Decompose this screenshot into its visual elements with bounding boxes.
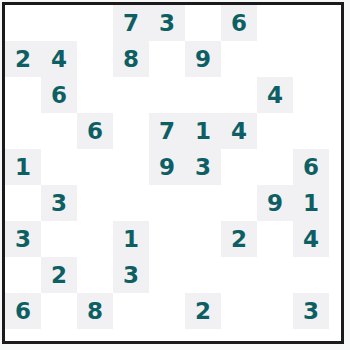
cell-r3c2[interactable]: 6	[41, 77, 78, 116]
cell-r5c8[interactable]	[257, 149, 294, 186]
cell-r1c8[interactable]	[257, 5, 294, 42]
cell-r1c1[interactable]	[5, 5, 42, 42]
cell-r1c7[interactable]: 6	[221, 5, 258, 42]
cell-r9c3[interactable]: 8	[77, 293, 116, 329]
cell-r4c3[interactable]: 6	[77, 113, 116, 150]
cell-r8c1[interactable]	[5, 257, 42, 294]
cell-r7c5[interactable]	[149, 221, 186, 258]
cell-r3c4[interactable]	[113, 77, 150, 116]
cell-r4c6[interactable]: 1	[185, 113, 224, 150]
cell-r8c7[interactable]	[221, 257, 258, 294]
sudoku-board: 736248964671419363913124236823	[2, 2, 344, 344]
cell-r7c2[interactable]	[41, 221, 78, 258]
cell-r6c3[interactable]	[77, 185, 116, 224]
cell-r6c4[interactable]	[113, 185, 150, 224]
cell-r1c9[interactable]	[293, 5, 329, 42]
cell-r5c2[interactable]	[41, 149, 78, 186]
cell-r7c3[interactable]	[77, 221, 116, 258]
cell-r5c9[interactable]: 6	[293, 149, 329, 186]
cell-r3c6[interactable]	[185, 77, 224, 116]
cell-r4c9[interactable]	[293, 113, 329, 150]
cell-r2c6[interactable]: 9	[185, 41, 224, 78]
cell-r7c4[interactable]: 1	[113, 221, 150, 258]
cell-r2c4[interactable]: 8	[113, 41, 150, 78]
cell-r8c9[interactable]	[293, 257, 329, 294]
cell-r9c6[interactable]: 2	[185, 293, 224, 329]
cell-r1c3[interactable]	[77, 5, 116, 42]
cell-r9c5[interactable]	[149, 293, 186, 329]
cell-r4c5[interactable]: 7	[149, 113, 186, 150]
cell-r9c2[interactable]	[41, 293, 78, 329]
cell-r4c2[interactable]	[41, 113, 78, 150]
cell-r8c4[interactable]: 3	[113, 257, 150, 294]
cell-r8c3[interactable]	[77, 257, 116, 294]
cell-r4c7[interactable]: 4	[221, 113, 258, 150]
cell-r2c3[interactable]	[77, 41, 116, 78]
cell-r5c6[interactable]: 3	[185, 149, 224, 186]
cell-r2c5[interactable]	[149, 41, 186, 78]
cell-r6c1[interactable]	[5, 185, 42, 224]
cell-r7c6[interactable]	[185, 221, 224, 258]
cell-r1c4[interactable]: 7	[113, 5, 150, 42]
cell-r3c3[interactable]	[77, 77, 116, 116]
cell-r1c5[interactable]: 3	[149, 5, 186, 42]
cell-r8c2[interactable]: 2	[41, 257, 78, 294]
cell-r1c6[interactable]	[185, 5, 224, 42]
cell-r5c1[interactable]: 1	[5, 149, 42, 186]
cell-r8c6[interactable]	[185, 257, 224, 294]
cell-r4c8[interactable]	[257, 113, 294, 150]
cell-r2c1[interactable]: 2	[5, 41, 42, 78]
cell-r9c8[interactable]	[257, 293, 294, 329]
cell-r3c5[interactable]	[149, 77, 186, 116]
cell-r5c7[interactable]	[221, 149, 258, 186]
cell-r6c5[interactable]	[149, 185, 186, 224]
cell-r9c4[interactable]	[113, 293, 150, 329]
cell-r9c9[interactable]: 3	[293, 293, 329, 329]
cell-r3c7[interactable]	[221, 77, 258, 116]
cell-r6c8[interactable]: 9	[257, 185, 294, 224]
cell-r4c1[interactable]	[5, 113, 42, 150]
cell-r6c2[interactable]: 3	[41, 185, 78, 224]
cell-r3c8[interactable]: 4	[257, 77, 294, 116]
cell-r8c5[interactable]	[149, 257, 186, 294]
cell-r2c8[interactable]	[257, 41, 294, 78]
cell-r5c4[interactable]	[113, 149, 150, 186]
cell-r1c2[interactable]	[41, 5, 78, 42]
cell-r5c3[interactable]	[77, 149, 116, 186]
cell-r5c5[interactable]: 9	[149, 149, 186, 186]
cell-r7c7[interactable]: 2	[221, 221, 258, 258]
cell-r3c1[interactable]	[5, 77, 42, 116]
cell-r9c7[interactable]	[221, 293, 258, 329]
cell-r2c7[interactable]	[221, 41, 258, 78]
cell-r8c8[interactable]	[257, 257, 294, 294]
cell-r7c1[interactable]: 3	[5, 221, 42, 258]
cell-r6c6[interactable]	[185, 185, 224, 224]
cell-r2c9[interactable]	[293, 41, 329, 78]
cell-r6c9[interactable]: 1	[293, 185, 329, 224]
cell-r4c4[interactable]	[113, 113, 150, 150]
cell-r9c1[interactable]: 6	[5, 293, 42, 329]
cell-r3c9[interactable]	[293, 77, 329, 116]
cell-r7c9[interactable]: 4	[293, 221, 329, 258]
cell-r7c8[interactable]	[257, 221, 294, 258]
cell-r2c2[interactable]: 4	[41, 41, 78, 78]
cell-r6c7[interactable]	[221, 185, 258, 224]
